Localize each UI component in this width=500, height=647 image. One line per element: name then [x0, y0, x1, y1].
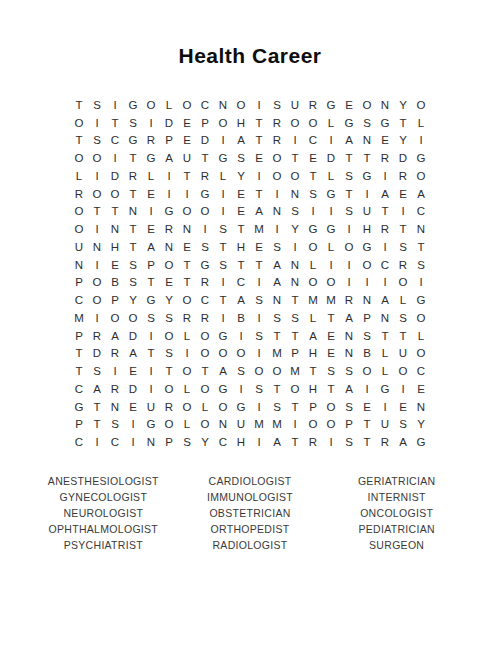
grid-cell: C — [412, 362, 430, 380]
grid-cell: I — [322, 203, 340, 221]
grid-cell: B — [232, 309, 250, 327]
word-list-item: CARDIOLOGIST — [177, 473, 324, 489]
grid-cell: O — [250, 362, 268, 380]
grid-cell: I — [214, 309, 232, 327]
grid-cell: L — [160, 96, 178, 114]
grid-cell: L — [394, 291, 412, 309]
grid-cell: S — [196, 238, 214, 256]
grid-cell: N — [214, 96, 232, 114]
grid-cell: U — [178, 149, 196, 167]
grid-cell: E — [304, 149, 322, 167]
grid-cell: T — [250, 256, 268, 274]
grid-cell: P — [358, 309, 376, 327]
grid-cell: G — [142, 291, 160, 309]
grid-cell: R — [88, 327, 106, 345]
grid-cell: L — [196, 398, 214, 416]
word-list-item: GERIATRICIAN — [323, 473, 470, 489]
grid-cell: G — [160, 203, 178, 221]
grid-cell: T — [268, 327, 286, 345]
word-list-item: RADIOLOGIST — [177, 537, 324, 553]
grid-cell: I — [376, 274, 394, 292]
grid-cell: O — [286, 167, 304, 185]
word-list-item: ONCOLOGIST — [323, 505, 470, 521]
grid-cell: S — [358, 327, 376, 345]
grid-cell: E — [124, 362, 142, 380]
grid-cell: P — [160, 433, 178, 451]
grid-cell: A — [268, 274, 286, 292]
grid-cell: I — [142, 327, 160, 345]
grid-cell: I — [322, 433, 340, 451]
grid-cell: O — [70, 149, 88, 167]
grid-cell: A — [106, 327, 124, 345]
grid-cell: I — [142, 362, 160, 380]
grid-cell: S — [340, 433, 358, 451]
grid-cell: I — [106, 149, 124, 167]
grid-cell: P — [70, 416, 88, 434]
grid-cell: I — [88, 256, 106, 274]
grid-cell: Y — [160, 291, 178, 309]
grid-cell: O — [394, 362, 412, 380]
grid-cell: N — [376, 96, 394, 114]
grid-cell: I — [106, 362, 124, 380]
grid-cell: I — [376, 167, 394, 185]
grid-cell: U — [286, 96, 304, 114]
grid-cell: I — [250, 167, 268, 185]
grid-cell: G — [412, 291, 430, 309]
grid-cell: E — [124, 398, 142, 416]
grid-cell: S — [394, 309, 412, 327]
grid-cell: T — [322, 309, 340, 327]
grid-cell: S — [214, 220, 232, 238]
grid-cell: B — [358, 345, 376, 363]
grid-cell: A — [304, 327, 322, 345]
grid-cell: S — [160, 345, 178, 363]
grid-cell: N — [340, 345, 358, 363]
grid-cell: O — [286, 380, 304, 398]
grid-cell: R — [160, 398, 178, 416]
grid-cell: O — [232, 345, 250, 363]
grid-cell: S — [124, 274, 142, 292]
grid-cell: S — [268, 398, 286, 416]
grid-cell: A — [232, 132, 250, 150]
grid-cell: M — [268, 345, 286, 363]
grid-cell: A — [340, 132, 358, 150]
grid-cell: T — [286, 291, 304, 309]
grid-cell: M — [304, 291, 322, 309]
word-list-item: SURGEON — [323, 537, 470, 553]
grid-cell: A — [412, 185, 430, 203]
grid-cell: R — [196, 309, 214, 327]
grid-cell: T — [376, 327, 394, 345]
grid-cell: D — [394, 149, 412, 167]
grid-cell: N — [358, 291, 376, 309]
grid-cell: O — [268, 149, 286, 167]
grid-cell: Y — [394, 96, 412, 114]
grid-cell: C — [304, 132, 322, 150]
grid-cell: A — [376, 185, 394, 203]
grid-cell: T — [160, 362, 178, 380]
grid-cell: A — [142, 238, 160, 256]
grid-cell: O — [178, 291, 196, 309]
grid-cell: E — [322, 327, 340, 345]
grid-cell: O — [322, 416, 340, 434]
grid-cell: O — [214, 345, 232, 363]
puzzle-title: Health Career — [0, 44, 500, 68]
grid-cell: N — [286, 256, 304, 274]
grid-cell: T — [286, 149, 304, 167]
grid-cell: O — [196, 345, 214, 363]
grid-cell: T — [178, 256, 196, 274]
grid-cell: R — [394, 167, 412, 185]
grid-cell: R — [376, 220, 394, 238]
grid-cell: C — [106, 132, 124, 150]
grid-cell: A — [268, 256, 286, 274]
grid-cell: U — [394, 345, 412, 363]
grid-cell: S — [322, 362, 340, 380]
grid-cell: I — [250, 274, 268, 292]
grid-cell: T — [268, 380, 286, 398]
grid-cell: O — [178, 398, 196, 416]
grid-cell: H — [232, 433, 250, 451]
grid-cell: O — [178, 203, 196, 221]
word-list-item: ORTHOPEDIST — [177, 521, 324, 537]
grid-cell: I — [376, 398, 394, 416]
grid-cell: N — [268, 203, 286, 221]
grid-cell: T — [178, 274, 196, 292]
grid-cell: E — [160, 274, 178, 292]
grid-cell: L — [322, 167, 340, 185]
grid-cell: A — [340, 380, 358, 398]
grid-cell: I — [250, 345, 268, 363]
grid-cell: R — [70, 185, 88, 203]
grid-cell: T — [304, 362, 322, 380]
word-list-item: PSYCHIATRIST — [30, 537, 177, 553]
grid-cell: T — [358, 416, 376, 434]
grid-cell: U — [376, 416, 394, 434]
grid-cell: I — [340, 274, 358, 292]
grid-cell: T — [124, 238, 142, 256]
grid-cell: A — [394, 433, 412, 451]
grid-cell: Y — [394, 132, 412, 150]
grid-cell: L — [412, 114, 430, 132]
grid-cell: G — [124, 132, 142, 150]
grid-cell: E — [142, 220, 160, 238]
grid-cell: S — [340, 167, 358, 185]
word-list-item: ANESTHESIOLOGIST — [30, 473, 177, 489]
grid-cell: L — [304, 256, 322, 274]
grid-cell: O — [70, 114, 88, 132]
grid-cell: D — [124, 327, 142, 345]
grid-cell: O — [160, 256, 178, 274]
grid-cell: C — [196, 96, 214, 114]
grid-cell: G — [214, 327, 232, 345]
grid-cell: O — [88, 185, 106, 203]
grid-cell: T — [142, 274, 160, 292]
grid-cell: O — [286, 114, 304, 132]
grid-cell: R — [160, 220, 178, 238]
grid-cell: G — [412, 149, 430, 167]
grid-cell: S — [88, 96, 106, 114]
grid-cell: R — [178, 309, 196, 327]
grid-cell: H — [304, 345, 322, 363]
grid-cell: I — [286, 132, 304, 150]
grid-cell: B — [106, 274, 124, 292]
grid-cell: P — [286, 345, 304, 363]
grid-cell: R — [376, 433, 394, 451]
grid-cell: L — [142, 167, 160, 185]
grid-cell: A — [340, 309, 358, 327]
grid-cell: G — [376, 380, 394, 398]
grid-cell: I — [214, 274, 232, 292]
grid-cell: L — [70, 167, 88, 185]
grid-cell: S — [124, 256, 142, 274]
grid-cell: S — [214, 256, 232, 274]
grid-cell: D — [106, 167, 124, 185]
grid-cell: G — [124, 96, 142, 114]
grid-cell: R — [196, 274, 214, 292]
grid-cell: R — [142, 132, 160, 150]
grid-cell: R — [268, 114, 286, 132]
grid-cell: E — [394, 398, 412, 416]
grid-cell: C — [70, 433, 88, 451]
grid-cell: R — [394, 256, 412, 274]
grid-cell: I — [250, 96, 268, 114]
grid-cell: C — [214, 433, 232, 451]
grid-cell: I — [358, 380, 376, 398]
grid-cell: C — [232, 274, 250, 292]
grid-cell: I — [394, 203, 412, 221]
grid-cell: Y — [412, 416, 430, 434]
grid-cell: N — [286, 185, 304, 203]
grid-cell: G — [358, 167, 376, 185]
grid-cell: S — [124, 114, 142, 132]
grid-cell: T — [394, 114, 412, 132]
grid-cell: A — [88, 380, 106, 398]
grid-cell: G — [196, 185, 214, 203]
grid-cell: G — [142, 149, 160, 167]
grid-cell: A — [124, 345, 142, 363]
grid-cell: G — [322, 96, 340, 114]
grid-cell: T — [70, 132, 88, 150]
grid-cell: G — [340, 114, 358, 132]
grid-cell: T — [358, 149, 376, 167]
grid-cell: T — [376, 203, 394, 221]
grid-cell: T — [286, 433, 304, 451]
grid-cell: T — [70, 96, 88, 114]
grid-cell: I — [214, 185, 232, 203]
grid-cell: G — [322, 220, 340, 238]
grid-cell: N — [412, 220, 430, 238]
grid-cell: P — [304, 398, 322, 416]
grid-cell: T — [232, 256, 250, 274]
grid-cell: I — [178, 185, 196, 203]
grid-cell: S — [340, 203, 358, 221]
grid-cell: T — [124, 220, 142, 238]
grid-cell: G — [358, 238, 376, 256]
grid-cell: E — [358, 398, 376, 416]
grid-cell: U — [70, 238, 88, 256]
grid-cell: O — [70, 203, 88, 221]
grid-cell: N — [70, 256, 88, 274]
grid-cell: M — [70, 309, 88, 327]
grid-cell: O — [268, 362, 286, 380]
grid-cell: S — [268, 238, 286, 256]
grid-cell: O — [340, 238, 358, 256]
grid-cell: S — [88, 132, 106, 150]
grid-cell: G — [322, 185, 340, 203]
grid-cell: S — [358, 114, 376, 132]
grid-cell: L — [322, 238, 340, 256]
grid-cell: R — [196, 167, 214, 185]
grid-cell: O — [88, 274, 106, 292]
grid-cell: I — [106, 96, 124, 114]
grid-cell: S — [394, 238, 412, 256]
grid-cell: O — [88, 291, 106, 309]
grid-cell: S — [232, 149, 250, 167]
grid-cell: N — [340, 327, 358, 345]
grid-cell: U — [142, 398, 160, 416]
grid-cell: O — [106, 309, 124, 327]
grid-cell: T — [250, 132, 268, 150]
grid-cell: L — [412, 327, 430, 345]
grid-cell: T — [214, 291, 232, 309]
grid-cell: P — [340, 416, 358, 434]
grid-cell: M — [250, 220, 268, 238]
grid-cell: O — [412, 167, 430, 185]
grid-cell: E — [178, 238, 196, 256]
grid-cell: Y — [232, 167, 250, 185]
grid-cell: G — [214, 380, 232, 398]
grid-cell: P — [70, 327, 88, 345]
grid-cell: N — [376, 309, 394, 327]
grid-cell: I — [124, 416, 142, 434]
grid-cell: I — [376, 238, 394, 256]
word-list-item: OPHTHALMOLOGIST — [30, 521, 177, 537]
grid-cell: Y — [196, 433, 214, 451]
grid-cell: H — [232, 238, 250, 256]
grid-cell: T — [250, 185, 268, 203]
grid-cell: S — [412, 256, 430, 274]
grid-cell: G — [376, 114, 394, 132]
grid-cell: L — [178, 380, 196, 398]
grid-cell: Y — [286, 220, 304, 238]
grid-cell: T — [124, 185, 142, 203]
grid-cell: E — [412, 380, 430, 398]
puzzle-page: Health Career TSIGOLOCNOISURGEONYOOITSID… — [0, 0, 500, 647]
grid-cell: S — [106, 416, 124, 434]
grid-cell: A — [232, 291, 250, 309]
grid-cell: S — [268, 309, 286, 327]
grid-cell: C — [106, 433, 124, 451]
grid-cell: S — [286, 203, 304, 221]
grid-cell: O — [214, 398, 232, 416]
grid-cell: O — [196, 203, 214, 221]
grid-cell: O — [178, 362, 196, 380]
grid-cell: O — [196, 416, 214, 434]
grid-cell: G — [304, 220, 322, 238]
grid-cell: I — [358, 185, 376, 203]
grid-cell: P — [70, 274, 88, 292]
grid-cell: I — [232, 380, 250, 398]
word-column: ANESTHESIOLOGISTGYNECOLOGISTNEUROLOGISTO… — [30, 473, 177, 553]
grid-cell: N — [358, 132, 376, 150]
grid-cell: T — [304, 167, 322, 185]
grid-cell: E — [322, 345, 340, 363]
grid-cell: S — [340, 362, 358, 380]
grid-cell: T — [70, 362, 88, 380]
grid-cell: T — [286, 398, 304, 416]
grid-cell: C — [70, 380, 88, 398]
grid-cell: S — [142, 309, 160, 327]
grid-cell: N — [142, 433, 160, 451]
grid-cell: I — [322, 256, 340, 274]
grid-cell: I — [268, 220, 286, 238]
grid-cell: T — [106, 203, 124, 221]
grid-cell: T — [142, 345, 160, 363]
grid-cell: A — [160, 149, 178, 167]
grid-cell: H — [358, 220, 376, 238]
grid-cell: I — [412, 274, 430, 292]
grid-cell: U — [358, 203, 376, 221]
grid-cell: T — [106, 114, 124, 132]
grid-cell: O — [160, 380, 178, 398]
grid-cell: O — [304, 114, 322, 132]
grid-cell: S — [178, 433, 196, 451]
grid-cell: D — [160, 114, 178, 132]
grid-cell: S — [340, 398, 358, 416]
letter-grid: TSIGOLOCNOISURGEONYOOITSIDEPOHTROOLGSGTL… — [70, 96, 430, 451]
grid-cell: D — [124, 380, 142, 398]
grid-cell: N — [160, 238, 178, 256]
grid-cell: R — [340, 291, 358, 309]
grid-cell: E — [142, 185, 160, 203]
grid-cell: E — [394, 185, 412, 203]
grid-cell: I — [88, 309, 106, 327]
grid-cell: I — [160, 167, 178, 185]
grid-cell: R — [106, 345, 124, 363]
grid-cell: N — [214, 416, 232, 434]
grid-cell: L — [376, 362, 394, 380]
grid-cell: O — [160, 327, 178, 345]
grid-cell: L — [178, 416, 196, 434]
grid-cell: P — [196, 114, 214, 132]
grid-cell: S — [394, 416, 412, 434]
grid-cell: U — [232, 416, 250, 434]
grid-cell: Y — [124, 291, 142, 309]
grid-cell: O — [412, 309, 430, 327]
grid-cell: I — [268, 185, 286, 203]
grid-cell: C — [376, 256, 394, 274]
grid-cell: O — [160, 416, 178, 434]
grid-cell: O — [106, 185, 124, 203]
grid-cell: T — [358, 433, 376, 451]
grid-cell: E — [232, 203, 250, 221]
word-list-item: IMMUNOLOGIST — [177, 489, 324, 505]
grid-cell: T — [178, 167, 196, 185]
grid-cell: L — [178, 327, 196, 345]
grid-cell: I — [340, 256, 358, 274]
grid-cell: E — [340, 96, 358, 114]
grid-cell: R — [106, 380, 124, 398]
grid-cell: S — [286, 309, 304, 327]
grid-cell: O — [412, 345, 430, 363]
grid-cell: M — [286, 362, 304, 380]
grid-cell: T — [394, 327, 412, 345]
word-column: CARDIOLOGISTIMMUNOLOGISTOBSTETRICIANORTH… — [177, 473, 324, 553]
grid-cell: H — [304, 380, 322, 398]
grid-cell: T — [412, 238, 430, 256]
grid-cell: O — [142, 96, 160, 114]
